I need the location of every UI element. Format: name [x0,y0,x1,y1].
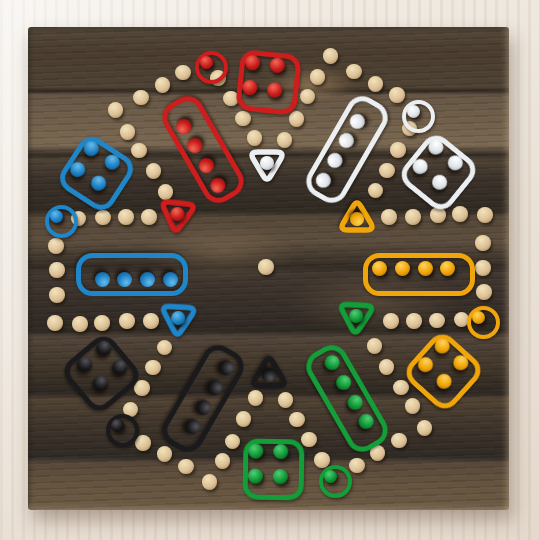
track-hole[interactable] [178,459,194,475]
track-hole[interactable] [314,452,330,468]
track-hole[interactable] [131,143,147,159]
home-stretch-hole-yellow[interactable] [395,261,410,276]
start-triangle-white [245,147,289,187]
base-hole-green[interactable] [248,443,263,458]
track-hole[interactable] [429,313,445,329]
start-triangle-yellow [335,195,379,235]
base-hole-yellow[interactable] [433,370,454,391]
home-base-red [234,48,301,115]
home-stretch-hole-green[interactable] [356,410,376,430]
base-hole-blue[interactable] [67,159,88,180]
home-stretch-hole-yellow[interactable] [418,261,433,276]
track-hole[interactable] [49,287,65,303]
base-hole-yellow[interactable] [450,352,471,373]
track-hole[interactable] [379,163,395,179]
track-hole[interactable] [215,453,231,469]
corner-circle-black [106,414,139,447]
track-hole[interactable] [120,124,136,140]
base-hole-red[interactable] [266,81,282,97]
start-hole-blue[interactable] [171,311,185,325]
start-hole-black[interactable] [262,368,276,382]
start-triangle-red [153,196,201,240]
track-hole[interactable] [477,207,493,223]
base-hole-white[interactable] [409,156,430,177]
base-hole-green[interactable] [247,468,262,483]
start-hole-green[interactable] [349,309,363,323]
track-hole[interactable] [248,390,264,406]
home-stretch-hole-black[interactable] [194,397,214,417]
corner-hole-red[interactable] [200,56,213,69]
home-base-green [242,438,304,500]
track-hole[interactable] [118,209,134,225]
track-hole[interactable] [475,235,491,251]
home-stretch-hole-blue[interactable] [163,272,178,287]
track-hole[interactable] [323,48,339,64]
track-hole[interactable] [202,474,218,490]
base-hole-blue[interactable] [88,172,109,193]
home-stretch-hole-white[interactable] [324,151,344,171]
corner-circle-red [195,51,228,84]
corner-circle-green [319,465,352,498]
track-hole[interactable] [175,65,191,81]
start-triangle-black [247,351,291,391]
track-hole[interactable] [346,64,362,80]
home-stretch-hole-black[interactable] [206,377,226,397]
track-hole[interactable] [289,412,305,428]
track-hole[interactable] [235,111,251,127]
base-hole-white[interactable] [444,152,465,173]
home-stretch-hole-white[interactable] [335,131,355,151]
base-hole-green[interactable] [273,443,288,458]
board-photo-scene [0,0,540,540]
corner-hole-white[interactable] [407,105,420,118]
track-hole[interactable] [301,432,317,448]
start-hole-white[interactable] [260,156,274,170]
home-stretch-hole-blue[interactable] [140,272,155,287]
start-triangle-green [333,299,379,341]
corner-hole-green[interactable] [324,470,337,483]
track-hole[interactable] [389,87,405,103]
track-hole[interactable] [417,420,433,436]
base-hole-yellow[interactable] [414,354,435,375]
corner-hole-black[interactable] [111,419,124,432]
home-stretch-hole-blue[interactable] [95,272,110,287]
home-stretch-hole-white[interactable] [346,112,366,132]
track-hole[interactable] [381,209,397,225]
track-hole[interactable] [390,142,406,158]
track-hole[interactable] [476,284,492,300]
corner-circle-yellow [467,306,500,339]
corner-hole-blue[interactable] [50,210,63,223]
track-hole[interactable] [155,77,171,93]
track-hole[interactable] [278,392,294,408]
home-stretch-hole-red[interactable] [185,136,205,156]
track-hole[interactable] [310,69,326,85]
track-hole[interactable] [133,90,149,106]
base-hole-blue[interactable] [101,151,122,172]
start-triangle-blue [155,301,201,343]
base-hole-black[interactable] [90,372,111,393]
base-hole-green[interactable] [272,468,287,483]
home-stretch-hole-white[interactable] [312,170,332,190]
base-hole-black[interactable] [74,353,95,374]
track-hole[interactable] [49,262,65,278]
base-hole-red[interactable] [241,79,257,95]
track-hole[interactable] [72,316,88,332]
start-hole-yellow[interactable] [350,212,364,226]
corner-circle-blue [45,205,78,238]
corner-circle-white [402,100,435,133]
track-hole[interactable] [406,313,422,329]
home-stretch-hole-black[interactable] [217,357,237,377]
track-hole[interactable] [391,433,407,449]
base-hole-black[interactable] [93,337,114,358]
track-hole[interactable] [47,315,63,331]
base-hole-white[interactable] [428,171,449,192]
track-hole[interactable] [452,206,468,222]
home-stretch-yellow [363,253,475,296]
track-hole[interactable] [95,210,111,226]
base-hole-red[interactable] [269,57,285,73]
track-hole[interactable] [157,446,173,462]
track-hole[interactable] [135,435,151,451]
base-hole-white[interactable] [425,136,446,157]
base-hole-blue[interactable] [80,138,101,159]
home-stretch-hole-black[interactable] [183,416,203,436]
track-hole[interactable] [236,411,252,427]
track-hole[interactable] [405,398,421,414]
base-hole-black[interactable] [109,356,130,377]
home-stretch-hole-green[interactable] [345,391,365,411]
home-stretch-hole-red[interactable] [174,117,194,137]
base-hole-yellow[interactable] [431,335,452,356]
home-stretch-hole-green[interactable] [322,351,342,371]
track-hole[interactable] [277,132,293,148]
corner-hole-yellow[interactable] [472,311,485,324]
track-hole[interactable] [475,260,491,276]
home-stretch-hole-green[interactable] [333,371,353,391]
home-stretch-hole-yellow[interactable] [372,261,387,276]
track-hole[interactable] [108,102,124,118]
base-hole-red[interactable] [244,54,260,70]
track-hole[interactable] [146,163,162,179]
track-hole[interactable] [405,209,421,225]
track-hole[interactable] [289,111,305,127]
home-stretch-hole-red[interactable] [196,156,216,176]
track-hole[interactable] [145,360,161,376]
home-stretch-hole-yellow[interactable] [440,261,455,276]
track-hole[interactable] [383,313,399,329]
track-hole[interactable] [119,313,135,329]
center-shortcut-hole[interactable] [258,259,274,275]
track-hole[interactable] [379,359,395,375]
track-hole[interactable] [368,76,384,92]
track-hole[interactable] [94,315,110,331]
track-hole[interactable] [48,238,64,254]
home-stretch-hole-red[interactable] [208,176,228,196]
home-stretch-blue [76,253,188,296]
home-stretch-hole-blue[interactable] [117,272,132,287]
track-hole[interactable] [393,380,409,396]
